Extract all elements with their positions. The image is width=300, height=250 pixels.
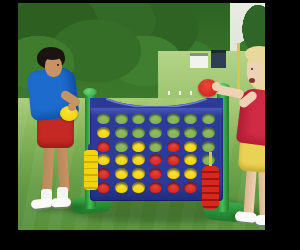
yellow-disc-stack [84, 150, 98, 190]
board-cell-r1c3 [130, 112, 147, 126]
red-disc [149, 154, 162, 165]
board-cell-r4c2 [112, 153, 129, 167]
board-cell-r6c3 [130, 180, 147, 194]
board-cell-r4c4 [147, 153, 164, 167]
board-cell-r1c4 [147, 112, 164, 126]
empty-hole [202, 113, 215, 124]
boy-right-shoe [51, 197, 71, 207]
yellow-disc [115, 168, 128, 179]
red-disc [97, 168, 110, 179]
white-house [190, 56, 208, 68]
board-cell-r6c5 [165, 180, 182, 194]
girl-right-shoe [255, 215, 265, 225]
board-cell-r5c5 [165, 167, 182, 181]
empty-hole [132, 113, 145, 124]
board-cell-r1c6 [182, 112, 199, 126]
girl-hair-top [245, 46, 265, 62]
empty-hole [167, 127, 180, 138]
yellow-disc [132, 141, 145, 152]
empty-hole [149, 141, 162, 152]
dark-house [211, 53, 226, 68]
yellow-disc [184, 141, 197, 152]
girl-eye [251, 68, 253, 70]
board-cell-r5c3 [130, 167, 147, 181]
empty-hole [115, 127, 128, 138]
empty-hole [184, 127, 197, 138]
board-cell-r3c3 [130, 139, 147, 153]
board-cell-r3c6 [182, 139, 199, 153]
yellow-disc [132, 182, 145, 193]
empty-hole [115, 141, 128, 152]
frame-left-cap [83, 88, 97, 96]
girl-mouth [249, 78, 255, 83]
board-cell-r2c2 [112, 126, 129, 140]
girl-right-leg [258, 170, 265, 219]
red-disc [184, 182, 197, 193]
board-cell-r5c6 [182, 167, 199, 181]
yellow-disc [184, 154, 197, 165]
empty-hole [202, 127, 215, 138]
board-cell-r3c4 [147, 139, 164, 153]
yellow-disc [132, 168, 145, 179]
letterbox-canvas [0, 0, 300, 250]
board-cell-r1c5 [165, 112, 182, 126]
yellow-disc [167, 168, 180, 179]
board-cell-r3c5 [165, 139, 182, 153]
boy-hair-fringe [41, 48, 64, 60]
yellow-disc [97, 154, 110, 165]
empty-hole [149, 113, 162, 124]
board-cell-r2c6 [182, 126, 199, 140]
board-cell-r1c2 [112, 112, 129, 126]
yellow-disc [97, 127, 110, 138]
red-disc [167, 141, 180, 152]
board-cell-r1c1 [95, 112, 112, 126]
board-cell-r6c4 [147, 180, 164, 194]
yellow-disc [115, 182, 128, 193]
yellow-disc [115, 154, 128, 165]
board-cell-r1c7 [200, 112, 217, 126]
board-cell-r2c1 [95, 126, 112, 140]
girl-hand [212, 82, 221, 91]
empty-hole [167, 113, 180, 124]
red-disc [167, 182, 180, 193]
board-cell-r4c5 [165, 153, 182, 167]
board-cell-r5c4 [147, 167, 164, 181]
red-disc [97, 182, 110, 193]
board-cell-r3c1 [95, 139, 112, 153]
red-disc [149, 182, 162, 193]
board-grid [95, 112, 217, 194]
yellow-disc [132, 154, 145, 165]
board-cell-r3c2 [112, 139, 129, 153]
board-cell-r4c3 [130, 153, 147, 167]
empty-hole [149, 127, 162, 138]
board-cell-r2c5 [165, 126, 182, 140]
red-disc-stack [202, 166, 219, 209]
board-cell-r2c7 [200, 126, 217, 140]
boy-hand [68, 103, 76, 111]
empty-hole [97, 113, 110, 124]
red-disc [149, 168, 162, 179]
empty-hole [115, 113, 128, 124]
boy-eye [57, 64, 59, 66]
red-disc [97, 141, 110, 152]
board-cell-r4c6 [182, 153, 199, 167]
red-disc [167, 154, 180, 165]
board-cell-r6c2 [112, 180, 129, 194]
board-cell-r2c4 [147, 126, 164, 140]
yellow-disc [184, 168, 197, 179]
photo [18, 3, 265, 230]
empty-hole [132, 127, 145, 138]
empty-hole [184, 113, 197, 124]
board-cell-r2c3 [130, 126, 147, 140]
board-cell-r3c7 [200, 139, 217, 153]
board-cell-r6c6 [182, 180, 199, 194]
empty-hole [202, 141, 215, 152]
board-cell-r5c2 [112, 167, 129, 181]
